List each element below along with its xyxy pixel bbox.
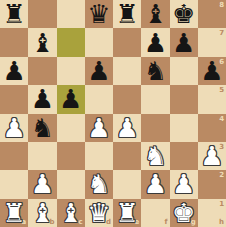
square-h3[interactable]: 3♟ <box>198 142 226 170</box>
white-king-piece[interactable]: ♚ <box>172 199 195 227</box>
black-bishop-piece[interactable]: ♝ <box>31 29 54 57</box>
square-b2[interactable]: ♟ <box>28 170 56 198</box>
square-d1[interactable]: d♛ <box>85 199 113 227</box>
square-h2[interactable]: 2 <box>198 170 226 198</box>
square-d6[interactable]: ♟ <box>85 57 113 85</box>
black-pawn-piece[interactable]: ♟ <box>172 29 195 57</box>
file-label-h: h <box>219 219 224 226</box>
square-f5[interactable] <box>141 85 169 113</box>
square-c2[interactable] <box>57 170 85 198</box>
square-b8[interactable] <box>28 0 56 28</box>
white-bishop-piece[interactable]: ♝ <box>59 199 82 227</box>
square-e7[interactable] <box>113 28 141 56</box>
chess-board: ♜♛♜♝♚8♝♟♟7♟♟♞6♟♟♟5♟♞♟♟4♞3♟♟♞♟♟2a♜b♝c♝d♛e… <box>0 0 226 227</box>
square-f4[interactable] <box>141 114 169 142</box>
black-rook-piece[interactable]: ♜ <box>115 0 138 28</box>
white-knight-piece[interactable]: ♞ <box>87 170 110 198</box>
square-d5[interactable] <box>85 85 113 113</box>
square-d8[interactable]: ♛ <box>85 0 113 28</box>
square-c1[interactable]: c♝ <box>57 199 85 227</box>
square-c3[interactable] <box>57 142 85 170</box>
white-pawn-piece[interactable]: ♟ <box>172 170 195 198</box>
rank-label-4: 4 <box>219 116 224 123</box>
black-knight-piece[interactable]: ♞ <box>144 57 167 85</box>
square-d4[interactable]: ♟ <box>85 114 113 142</box>
file-label-f: f <box>164 219 167 226</box>
rank-label-5: 5 <box>219 87 224 94</box>
square-a6[interactable]: ♟ <box>0 57 28 85</box>
rank-label-8: 8 <box>219 2 224 9</box>
square-a8[interactable]: ♜ <box>0 0 28 28</box>
black-king-piece[interactable]: ♚ <box>172 0 195 28</box>
white-rook-piece[interactable]: ♜ <box>2 199 25 227</box>
square-b5[interactable]: ♟ <box>28 85 56 113</box>
square-b6[interactable] <box>28 57 56 85</box>
rank-label-1: 1 <box>219 201 224 208</box>
square-d2[interactable]: ♞ <box>85 170 113 198</box>
black-pawn-piece[interactable]: ♟ <box>2 57 25 85</box>
black-rook-piece[interactable]: ♜ <box>2 0 25 28</box>
square-f3[interactable]: ♞ <box>141 142 169 170</box>
square-e8[interactable]: ♜ <box>113 0 141 28</box>
square-e5[interactable] <box>113 85 141 113</box>
square-h8[interactable]: 8 <box>198 0 226 28</box>
square-b1[interactable]: b♝ <box>28 199 56 227</box>
square-c7[interactable] <box>57 28 85 56</box>
square-f6[interactable]: ♞ <box>141 57 169 85</box>
black-pawn-piece[interactable]: ♟ <box>200 57 223 85</box>
square-g8[interactable]: ♚ <box>170 0 198 28</box>
square-h6[interactable]: 6♟ <box>198 57 226 85</box>
square-d3[interactable] <box>85 142 113 170</box>
square-g6[interactable] <box>170 57 198 85</box>
square-c8[interactable] <box>57 0 85 28</box>
square-c6[interactable] <box>57 57 85 85</box>
square-e4[interactable]: ♟ <box>113 114 141 142</box>
white-bishop-piece[interactable]: ♝ <box>31 199 54 227</box>
white-pawn-piece[interactable]: ♟ <box>31 170 54 198</box>
square-g3[interactable] <box>170 142 198 170</box>
square-a1[interactable]: a♜ <box>0 199 28 227</box>
square-h7[interactable]: 7 <box>198 28 226 56</box>
square-g4[interactable] <box>170 114 198 142</box>
rank-label-2: 2 <box>219 172 224 179</box>
square-h1[interactable]: 1h <box>198 199 226 227</box>
rank-label-7: 7 <box>219 30 224 37</box>
square-f1[interactable]: f <box>141 199 169 227</box>
square-f7[interactable]: ♟ <box>141 28 169 56</box>
square-c5[interactable]: ♟ <box>57 85 85 113</box>
white-pawn-piece[interactable]: ♟ <box>200 142 223 170</box>
square-c4[interactable] <box>57 114 85 142</box>
square-a4[interactable]: ♟ <box>0 114 28 142</box>
black-queen-piece[interactable]: ♛ <box>87 0 110 28</box>
square-a7[interactable] <box>0 28 28 56</box>
white-pawn-piece[interactable]: ♟ <box>87 114 110 142</box>
black-pawn-piece[interactable]: ♟ <box>87 57 110 85</box>
square-b3[interactable] <box>28 142 56 170</box>
black-knight-piece[interactable]: ♞ <box>31 114 54 142</box>
square-g2[interactable]: ♟ <box>170 170 198 198</box>
square-f2[interactable]: ♟ <box>141 170 169 198</box>
square-g7[interactable]: ♟ <box>170 28 198 56</box>
square-h5[interactable]: 5 <box>198 85 226 113</box>
white-queen-piece[interactable]: ♛ <box>87 199 110 227</box>
square-e2[interactable] <box>113 170 141 198</box>
white-knight-piece[interactable]: ♞ <box>144 142 167 170</box>
black-pawn-piece[interactable]: ♟ <box>31 85 54 113</box>
square-b7[interactable]: ♝ <box>28 28 56 56</box>
square-d7[interactable] <box>85 28 113 56</box>
square-b4[interactable]: ♞ <box>28 114 56 142</box>
black-pawn-piece[interactable]: ♟ <box>144 29 167 57</box>
square-e6[interactable] <box>113 57 141 85</box>
square-f8[interactable]: ♝ <box>141 0 169 28</box>
square-g5[interactable] <box>170 85 198 113</box>
square-e3[interactable] <box>113 142 141 170</box>
square-a3[interactable] <box>0 142 28 170</box>
black-bishop-piece[interactable]: ♝ <box>144 0 167 28</box>
square-h4[interactable]: 4 <box>198 114 226 142</box>
white-rook-piece[interactable]: ♜ <box>115 199 138 227</box>
square-g1[interactable]: g♚ <box>170 199 198 227</box>
black-pawn-piece[interactable]: ♟ <box>59 85 82 113</box>
white-pawn-piece[interactable]: ♟ <box>2 114 25 142</box>
square-e1[interactable]: e♜ <box>113 199 141 227</box>
white-pawn-piece[interactable]: ♟ <box>144 170 167 198</box>
square-a2[interactable] <box>0 170 28 198</box>
white-pawn-piece[interactable]: ♟ <box>115 114 138 142</box>
square-a5[interactable] <box>0 85 28 113</box>
